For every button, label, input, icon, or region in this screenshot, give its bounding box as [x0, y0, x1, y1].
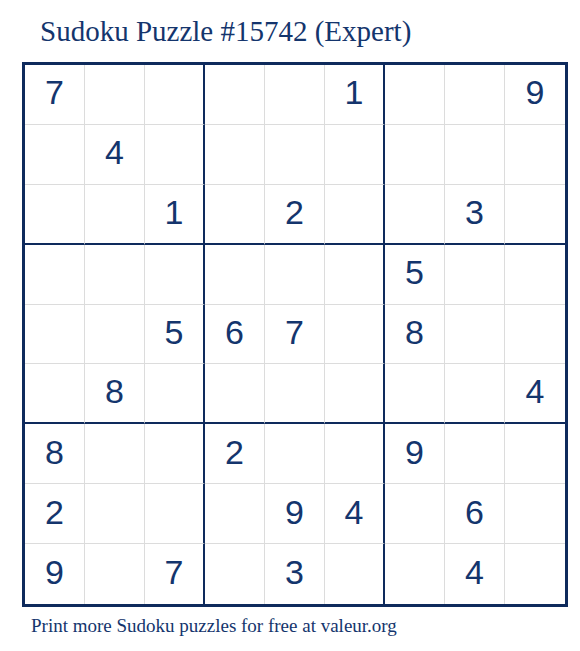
cell-r9c7 — [385, 544, 445, 604]
cell-r4c4 — [205, 245, 265, 305]
cell-r1c8 — [445, 65, 505, 125]
cell-r1c2 — [85, 65, 145, 125]
cell-r6c2: 8 — [85, 364, 145, 424]
cell-r8c5: 9 — [265, 484, 325, 544]
cell-r6c4 — [205, 364, 265, 424]
cell-r4c1 — [25, 245, 85, 305]
cell-r4c2 — [85, 245, 145, 305]
cell-r6c8 — [445, 364, 505, 424]
cell-r5c1 — [25, 305, 85, 365]
cell-r2c8 — [445, 125, 505, 185]
cell-r3c2 — [85, 185, 145, 245]
cell-r5c4: 6 — [205, 305, 265, 365]
cell-r6c7 — [385, 364, 445, 424]
cell-r6c3 — [145, 364, 205, 424]
cell-r8c2 — [85, 484, 145, 544]
cell-r5c3: 5 — [145, 305, 205, 365]
cell-r7c9 — [505, 424, 565, 484]
cell-r8c8: 6 — [445, 484, 505, 544]
cell-r2c9 — [505, 125, 565, 185]
cell-r3c4 — [205, 185, 265, 245]
cell-r2c4 — [205, 125, 265, 185]
cell-r4c9 — [505, 245, 565, 305]
cell-r7c3 — [145, 424, 205, 484]
cell-r9c9 — [505, 544, 565, 604]
cell-r8c3 — [145, 484, 205, 544]
cell-r4c3 — [145, 245, 205, 305]
cell-r6c9: 4 — [505, 364, 565, 424]
footer-note: Print more Sudoku puzzles for free at va… — [31, 615, 397, 637]
cell-r9c8: 4 — [445, 544, 505, 604]
cell-r7c4: 2 — [205, 424, 265, 484]
cell-r9c5: 3 — [265, 544, 325, 604]
cell-r5c8 — [445, 305, 505, 365]
cell-r5c6 — [325, 305, 385, 365]
cell-r1c5 — [265, 65, 325, 125]
cell-r4c6 — [325, 245, 385, 305]
cell-r2c3 — [145, 125, 205, 185]
cell-r4c5 — [265, 245, 325, 305]
cell-r1c6: 1 — [325, 65, 385, 125]
cell-r2c2: 4 — [85, 125, 145, 185]
cell-r7c2 — [85, 424, 145, 484]
cell-r3c3: 1 — [145, 185, 205, 245]
cell-r8c7 — [385, 484, 445, 544]
cell-r7c6 — [325, 424, 385, 484]
cell-r3c7 — [385, 185, 445, 245]
cell-r3c1 — [25, 185, 85, 245]
cell-r9c2 — [85, 544, 145, 604]
cell-r8c9 — [505, 484, 565, 544]
cell-r8c1: 2 — [25, 484, 85, 544]
cell-r7c5 — [265, 424, 325, 484]
cell-r9c3: 7 — [145, 544, 205, 604]
cell-r7c8 — [445, 424, 505, 484]
cell-r2c5 — [265, 125, 325, 185]
cell-r5c7: 8 — [385, 305, 445, 365]
cell-r1c9: 9 — [505, 65, 565, 125]
cell-r6c6 — [325, 364, 385, 424]
cell-r8c4 — [205, 484, 265, 544]
cell-r2c1 — [25, 125, 85, 185]
cell-r6c5 — [265, 364, 325, 424]
cell-r1c3 — [145, 65, 205, 125]
cell-r7c7: 9 — [385, 424, 445, 484]
cell-r4c7: 5 — [385, 245, 445, 305]
page-title: Sudoku Puzzle #15742 (Expert) — [40, 15, 411, 48]
cell-r3c6 — [325, 185, 385, 245]
cell-r9c4 — [205, 544, 265, 604]
sudoku-grid: 7194123556788482929469734 — [22, 62, 568, 607]
sudoku-print-page: Sudoku Puzzle #15742 (Expert) 7194123556… — [0, 0, 580, 651]
cell-r3c8: 3 — [445, 185, 505, 245]
cell-r2c7 — [385, 125, 445, 185]
cell-r5c9 — [505, 305, 565, 365]
cell-r2c6 — [325, 125, 385, 185]
cell-r3c5: 2 — [265, 185, 325, 245]
cell-r1c4 — [205, 65, 265, 125]
cell-r1c7 — [385, 65, 445, 125]
cell-r3c9 — [505, 185, 565, 245]
cell-r1c1: 7 — [25, 65, 85, 125]
cell-r5c5: 7 — [265, 305, 325, 365]
cell-r6c1 — [25, 364, 85, 424]
cell-r5c2 — [85, 305, 145, 365]
cell-r9c6 — [325, 544, 385, 604]
cell-r8c6: 4 — [325, 484, 385, 544]
cell-r9c1: 9 — [25, 544, 85, 604]
cell-r7c1: 8 — [25, 424, 85, 484]
cell-r4c8 — [445, 245, 505, 305]
